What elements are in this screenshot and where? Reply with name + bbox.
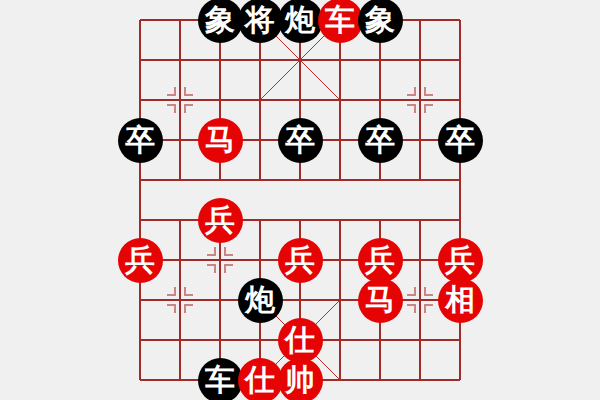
piece-red-horse[interactable]: 马 bbox=[198, 118, 243, 163]
board-point-6-4[interactable] bbox=[360, 160, 400, 200]
board-point-1-1[interactable] bbox=[160, 40, 200, 80]
board-point-1-8[interactable] bbox=[160, 320, 200, 360]
board-point-3-2[interactable] bbox=[240, 80, 280, 120]
board-point-8-3[interactable]: 卒 bbox=[440, 120, 480, 160]
board-point-5-2[interactable] bbox=[320, 80, 360, 120]
piece-red-chariot[interactable]: 车 bbox=[318, 0, 363, 43]
board-point-7-6[interactable] bbox=[400, 240, 440, 280]
board-point-0-9[interactable] bbox=[120, 360, 160, 400]
board-point-8-0[interactable] bbox=[440, 0, 480, 40]
board-point-5-4[interactable] bbox=[320, 160, 360, 200]
board-point-0-3[interactable]: 卒 bbox=[120, 120, 160, 160]
board-point-2-2[interactable] bbox=[200, 80, 240, 120]
board-point-3-6[interactable] bbox=[240, 240, 280, 280]
board-point-0-5[interactable] bbox=[120, 200, 160, 240]
board-point-6-8[interactable] bbox=[360, 320, 400, 360]
board-point-7-0[interactable] bbox=[400, 0, 440, 40]
board-point-4-2[interactable] bbox=[280, 80, 320, 120]
board-point-5-5[interactable] bbox=[320, 200, 360, 240]
board-point-0-6[interactable]: 兵 bbox=[120, 240, 160, 280]
board-point-0-7[interactable] bbox=[120, 280, 160, 320]
piece-red-soldier[interactable]: 兵 bbox=[278, 238, 323, 283]
board-point-7-4[interactable] bbox=[400, 160, 440, 200]
piece-red-general[interactable]: 帅 bbox=[278, 358, 323, 400]
board-point-6-5[interactable] bbox=[360, 200, 400, 240]
xiangqi-board: 象将炮车象卒马卒卒卒兵兵兵兵兵炮马相仕车仕帅 bbox=[0, 0, 600, 400]
board-point-2-1[interactable] bbox=[200, 40, 240, 80]
board-point-4-1[interactable] bbox=[280, 40, 320, 80]
piece-red-soldier[interactable]: 兵 bbox=[118, 238, 163, 283]
piece-black-elephant[interactable]: 象 bbox=[358, 0, 403, 43]
board-point-2-3[interactable]: 马 bbox=[200, 120, 240, 160]
board-point-0-2[interactable] bbox=[120, 80, 160, 120]
piece-black-elephant[interactable]: 象 bbox=[198, 0, 243, 43]
board-point-3-9[interactable]: 仕 bbox=[240, 360, 280, 400]
board-point-8-9[interactable] bbox=[440, 360, 480, 400]
board-point-3-7[interactable]: 炮 bbox=[240, 280, 280, 320]
board-point-2-5[interactable]: 兵 bbox=[200, 200, 240, 240]
piece-red-elephant[interactable]: 相 bbox=[438, 278, 483, 323]
board-point-8-1[interactable] bbox=[440, 40, 480, 80]
board-point-6-9[interactable] bbox=[360, 360, 400, 400]
piece-black-soldier[interactable]: 卒 bbox=[278, 118, 323, 163]
board-point-7-2[interactable] bbox=[400, 80, 440, 120]
board-point-2-8[interactable] bbox=[200, 320, 240, 360]
board-point-4-3[interactable]: 卒 bbox=[280, 120, 320, 160]
piece-black-general[interactable]: 将 bbox=[238, 0, 283, 43]
board-point-3-4[interactable] bbox=[240, 160, 280, 200]
board-points: 象将炮车象卒马卒卒卒兵兵兵兵兵炮马相仕车仕帅 bbox=[120, 0, 480, 400]
board-point-8-4[interactable] bbox=[440, 160, 480, 200]
piece-black-soldier[interactable]: 卒 bbox=[118, 118, 163, 163]
board-point-0-8[interactable] bbox=[120, 320, 160, 360]
board-point-6-7[interactable]: 马 bbox=[360, 280, 400, 320]
board-point-7-8[interactable] bbox=[400, 320, 440, 360]
board-point-7-5[interactable] bbox=[400, 200, 440, 240]
board-point-5-8[interactable] bbox=[320, 320, 360, 360]
board-point-1-5[interactable] bbox=[160, 200, 200, 240]
board-point-5-1[interactable] bbox=[320, 40, 360, 80]
piece-black-soldier[interactable]: 卒 bbox=[358, 118, 403, 163]
board-point-3-0[interactable]: 将 bbox=[240, 0, 280, 40]
board-point-2-6[interactable] bbox=[200, 240, 240, 280]
board-point-6-1[interactable] bbox=[360, 40, 400, 80]
board-point-6-0[interactable]: 象 bbox=[360, 0, 400, 40]
board-point-5-6[interactable] bbox=[320, 240, 360, 280]
board-point-7-7[interactable] bbox=[400, 280, 440, 320]
board-point-8-2[interactable] bbox=[440, 80, 480, 120]
piece-black-cannon[interactable]: 炮 bbox=[278, 0, 323, 43]
piece-red-horse[interactable]: 马 bbox=[358, 278, 403, 323]
board-point-4-7[interactable] bbox=[280, 280, 320, 320]
board-point-5-3[interactable] bbox=[320, 120, 360, 160]
board-point-3-8[interactable] bbox=[240, 320, 280, 360]
piece-red-soldier[interactable]: 兵 bbox=[198, 198, 243, 243]
board-point-7-1[interactable] bbox=[400, 40, 440, 80]
piece-black-cannon[interactable]: 炮 bbox=[238, 278, 283, 323]
board-point-2-7[interactable] bbox=[200, 280, 240, 320]
board-point-0-1[interactable] bbox=[120, 40, 160, 80]
board-point-8-5[interactable] bbox=[440, 200, 480, 240]
piece-black-chariot[interactable]: 车 bbox=[198, 358, 243, 400]
piece-black-soldier[interactable]: 卒 bbox=[438, 118, 483, 163]
board-point-3-3[interactable] bbox=[240, 120, 280, 160]
board-point-0-0[interactable] bbox=[120, 0, 160, 40]
board-point-5-0[interactable]: 车 bbox=[320, 0, 360, 40]
board-point-1-7[interactable] bbox=[160, 280, 200, 320]
board-point-5-9[interactable] bbox=[320, 360, 360, 400]
board-point-4-8[interactable]: 仕 bbox=[280, 320, 320, 360]
board-point-5-7[interactable] bbox=[320, 280, 360, 320]
board-point-4-9[interactable]: 帅 bbox=[280, 360, 320, 400]
board-point-4-0[interactable]: 炮 bbox=[280, 0, 320, 40]
board-point-1-9[interactable] bbox=[160, 360, 200, 400]
board-point-2-0[interactable]: 象 bbox=[200, 0, 240, 40]
board-point-4-6[interactable]: 兵 bbox=[280, 240, 320, 280]
board-point-7-9[interactable] bbox=[400, 360, 440, 400]
board-point-3-1[interactable] bbox=[240, 40, 280, 80]
board-point-1-4[interactable] bbox=[160, 160, 200, 200]
board-point-4-5[interactable] bbox=[280, 200, 320, 240]
piece-red-soldier[interactable]: 兵 bbox=[438, 238, 483, 283]
board-point-6-3[interactable]: 卒 bbox=[360, 120, 400, 160]
board-point-6-2[interactable] bbox=[360, 80, 400, 120]
board-point-7-3[interactable] bbox=[400, 120, 440, 160]
board-point-8-7[interactable]: 相 bbox=[440, 280, 480, 320]
board-point-6-6[interactable]: 兵 bbox=[360, 240, 400, 280]
board-point-2-4[interactable] bbox=[200, 160, 240, 200]
board-point-2-9[interactable]: 车 bbox=[200, 360, 240, 400]
board-point-8-8[interactable] bbox=[440, 320, 480, 360]
board-point-1-2[interactable] bbox=[160, 80, 200, 120]
board-point-4-4[interactable] bbox=[280, 160, 320, 200]
board-point-1-3[interactable] bbox=[160, 120, 200, 160]
piece-red-advisor[interactable]: 仕 bbox=[278, 318, 323, 363]
board-point-0-4[interactable] bbox=[120, 160, 160, 200]
piece-red-soldier[interactable]: 兵 bbox=[358, 238, 403, 283]
board-point-8-6[interactable]: 兵 bbox=[440, 240, 480, 280]
board-point-3-5[interactable] bbox=[240, 200, 280, 240]
piece-red-advisor[interactable]: 仕 bbox=[238, 358, 283, 400]
board-point-1-6[interactable] bbox=[160, 240, 200, 280]
board-point-1-0[interactable] bbox=[160, 0, 200, 40]
